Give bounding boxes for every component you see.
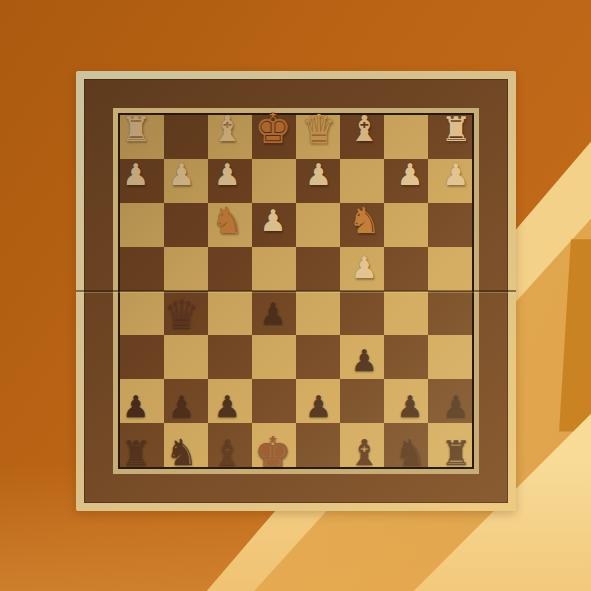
square-h3 <box>120 203 164 247</box>
square-a4 <box>428 247 472 291</box>
piece-wP-b2: ♟ <box>388 153 432 197</box>
piece-bP-c6: ♟ <box>343 339 387 383</box>
square-d5 <box>296 291 340 335</box>
square-g7: ♟ <box>164 379 208 423</box>
square-a2: ♟ <box>428 159 472 203</box>
square-f2: ♟ <box>208 159 252 203</box>
square-c8: ♝ <box>340 423 384 467</box>
square-e8: ♚ <box>252 423 296 467</box>
piece-wR-h1: ♜ <box>114 107 158 151</box>
piece-wP-f2: ♟ <box>206 153 250 197</box>
square-e2 <box>252 159 296 203</box>
square-a6 <box>428 335 472 379</box>
square-g2: ♟ <box>164 159 208 203</box>
piece-wN-c3: ♞ <box>343 199 387 243</box>
square-b4 <box>384 247 428 291</box>
square-b5 <box>384 291 428 335</box>
square-d4 <box>296 247 340 291</box>
square-c6: ♟ <box>340 335 384 379</box>
square-f8: ♝ <box>208 423 252 467</box>
square-c1: ♝ <box>340 115 384 159</box>
square-c3: ♞ <box>340 203 384 247</box>
piece-wN-f3: ♞ <box>206 199 250 243</box>
square-e3: ♟ <box>252 203 296 247</box>
square-h8: ♜ <box>120 423 164 467</box>
square-b2: ♟ <box>384 159 428 203</box>
square-h4 <box>120 247 164 291</box>
piece-wP-d2: ♟ <box>297 153 341 197</box>
square-b3 <box>384 203 428 247</box>
square-f5 <box>208 291 252 335</box>
piece-wP-e3: ♟ <box>251 199 295 243</box>
square-c2 <box>340 159 384 203</box>
piece-bB-c8: ♝ <box>343 431 387 475</box>
piece-wP-c4: ♟ <box>343 246 387 290</box>
square-a8: ♜ <box>428 423 472 467</box>
piece-bB-f8: ♝ <box>206 431 250 475</box>
square-a7: ♟ <box>428 379 472 423</box>
square-d7: ♟ <box>296 379 340 423</box>
piece-wP-a2: ♟ <box>434 153 478 197</box>
square-c5 <box>340 291 384 335</box>
square-b6 <box>384 335 428 379</box>
square-g5: ♛ <box>164 291 208 335</box>
square-d6 <box>296 335 340 379</box>
piece-wR-a1: ♜ <box>434 107 478 151</box>
square-b7: ♟ <box>384 379 428 423</box>
square-f3: ♞ <box>208 203 252 247</box>
square-a3 <box>428 203 472 247</box>
square-g3 <box>164 203 208 247</box>
piece-wQ-d1: ♛ <box>297 107 341 151</box>
square-e5: ♟ <box>252 291 296 335</box>
square-e4 <box>252 247 296 291</box>
piece-bR-a8: ♜ <box>434 431 478 475</box>
piece-bQ-g5: ♛ <box>160 292 204 336</box>
square-h2: ♟ <box>120 159 164 203</box>
piece-bN-g8: ♞ <box>160 431 204 475</box>
square-h6 <box>120 335 164 379</box>
piece-wB-c1: ♝ <box>343 107 387 151</box>
square-f4 <box>208 247 252 291</box>
board-fold-seam <box>76 290 516 292</box>
square-h5 <box>120 291 164 335</box>
square-e7 <box>252 379 296 423</box>
square-c7 <box>340 379 384 423</box>
piece-wP-g2: ♟ <box>160 153 204 197</box>
piece-bR-h8: ♜ <box>114 431 158 475</box>
square-e1: ♚ <box>252 115 296 159</box>
square-f7: ♟ <box>208 379 252 423</box>
square-b8: ♞ <box>384 423 428 467</box>
square-f6 <box>208 335 252 379</box>
piece-bN-b8: ♞ <box>388 431 432 475</box>
square-d2: ♟ <box>296 159 340 203</box>
piece-wP-h2: ♟ <box>114 153 158 197</box>
square-g4 <box>164 247 208 291</box>
square-a5 <box>428 291 472 335</box>
square-d8 <box>296 423 340 467</box>
square-g6 <box>164 335 208 379</box>
chess-board: ♜♝♚♛♝♜♟♟♟♟♟♟♞♟♞♟♛♟♟♟♟♟♟♟♟♜♞♝♚♝♞♜ <box>76 71 516 511</box>
square-c4: ♟ <box>340 247 384 291</box>
square-e6 <box>252 335 296 379</box>
piece-bK-e8: ♚ <box>251 431 295 475</box>
square-d3 <box>296 203 340 247</box>
piece-bP-e5: ♟ <box>251 292 295 336</box>
piece-wK-e1: ♚ <box>251 107 295 151</box>
square-g8: ♞ <box>164 423 208 467</box>
square-h7: ♟ <box>120 379 164 423</box>
piece-wB-f1: ♝ <box>206 107 250 151</box>
